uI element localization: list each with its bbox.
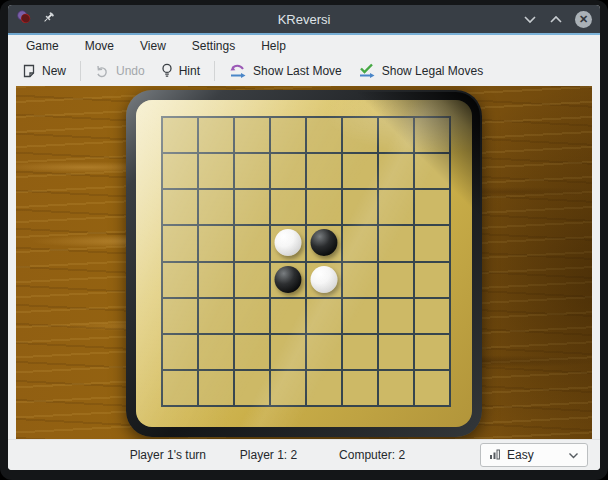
board-cell-f8[interactable]: [343, 371, 377, 405]
pin-icon[interactable]: [42, 10, 55, 28]
board-cell-g6[interactable]: [379, 299, 413, 333]
menu-settings[interactable]: Settings: [192, 39, 235, 53]
computer-score: Computer: 2: [339, 448, 405, 462]
board-cell-a7[interactable]: [163, 335, 197, 369]
toolbar-separator: [214, 61, 215, 81]
menu-game[interactable]: Game: [26, 39, 59, 53]
board-cell-c5[interactable]: [235, 263, 269, 297]
toolbar-separator: [80, 61, 81, 81]
board-cell-d1[interactable]: [271, 118, 305, 152]
board-cell-g2[interactable]: [379, 154, 413, 188]
board-cell-h6[interactable]: [415, 299, 449, 333]
maximize-icon[interactable]: [549, 15, 563, 24]
board-cell-f7[interactable]: [343, 335, 377, 369]
board-cell-e1[interactable]: [307, 118, 341, 152]
board-cell-f1[interactable]: [343, 118, 377, 152]
kreversi-app-icon: [16, 9, 32, 29]
board-cell-g5[interactable]: [379, 263, 413, 297]
board-cell-d7[interactable]: [271, 335, 305, 369]
board-cell-e2[interactable]: [307, 154, 341, 188]
board-cell-d5[interactable]: [271, 263, 305, 297]
new-game-button[interactable]: New: [14, 60, 74, 82]
board-cell-e6[interactable]: [307, 299, 341, 333]
kreversi-window: KReversi ✕ Game Move View Settings Help: [8, 5, 600, 470]
board-cell-d6[interactable]: [271, 299, 305, 333]
window-title: KReversi: [8, 12, 600, 27]
board-cell-a8[interactable]: [163, 371, 197, 405]
black-disc: [275, 266, 302, 293]
game-view-wood-background: [16, 86, 592, 439]
legal-moves-check-icon: [358, 63, 376, 79]
menu-view[interactable]: View: [140, 39, 166, 53]
window-frame: KReversi ✕ Game Move View Settings Help: [0, 0, 608, 480]
board-cell-b5[interactable]: [199, 263, 233, 297]
board-grid[interactable]: [161, 116, 451, 407]
board-cell-b2[interactable]: [199, 154, 233, 188]
undo-icon: [95, 64, 110, 78]
reversi-board-frame: [126, 90, 482, 437]
show-last-move-button[interactable]: Show Last Move: [221, 59, 350, 83]
board-cell-g7[interactable]: [379, 335, 413, 369]
board-cell-a1[interactable]: [163, 118, 197, 152]
board-cell-b1[interactable]: [199, 118, 233, 152]
board-cell-d4[interactable]: [271, 226, 305, 260]
board-cell-h2[interactable]: [415, 154, 449, 188]
board-cell-a6[interactable]: [163, 299, 197, 333]
difficulty-bars-icon: [489, 448, 501, 463]
board-cell-g3[interactable]: [379, 190, 413, 224]
white-disc: [311, 266, 338, 293]
board-cell-g4[interactable]: [379, 226, 413, 260]
board-cell-h5[interactable]: [415, 263, 449, 297]
board-cell-h4[interactable]: [415, 226, 449, 260]
board-cell-c6[interactable]: [235, 299, 269, 333]
board-cell-e4[interactable]: [307, 226, 341, 260]
board-cell-c2[interactable]: [235, 154, 269, 188]
show-legal-moves-button[interactable]: Show Legal Moves: [350, 59, 491, 83]
board-cell-a4[interactable]: [163, 226, 197, 260]
player-score: Player 1: 2: [240, 448, 297, 462]
minimize-icon[interactable]: [523, 15, 537, 24]
difficulty-dropdown[interactable]: Easy: [480, 443, 588, 467]
board-cell-f3[interactable]: [343, 190, 377, 224]
board-cell-h3[interactable]: [415, 190, 449, 224]
board-cell-c1[interactable]: [235, 118, 269, 152]
board-cell-e8[interactable]: [307, 371, 341, 405]
statusbar: Player 1's turn Player 1: 2 Computer: 2 …: [8, 439, 600, 470]
board-cell-a2[interactable]: [163, 154, 197, 188]
hint-button[interactable]: Hint: [153, 59, 208, 82]
new-document-icon: [22, 64, 36, 78]
toolbar: New Undo Hint: [8, 56, 600, 85]
board-cell-f5[interactable]: [343, 263, 377, 297]
menu-move[interactable]: Move: [85, 39, 114, 53]
board-cell-c3[interactable]: [235, 190, 269, 224]
board-cell-e7[interactable]: [307, 335, 341, 369]
board-cell-f2[interactable]: [343, 154, 377, 188]
board-cell-a5[interactable]: [163, 263, 197, 297]
board-cell-b7[interactable]: [199, 335, 233, 369]
board-cell-e3[interactable]: [307, 190, 341, 224]
titlebar[interactable]: KReversi ✕: [8, 5, 600, 33]
black-disc: [311, 229, 338, 256]
board-cell-c4[interactable]: [235, 226, 269, 260]
board-cell-f6[interactable]: [343, 299, 377, 333]
board-cell-c7[interactable]: [235, 335, 269, 369]
menu-help[interactable]: Help: [261, 39, 286, 53]
board-cell-b8[interactable]: [199, 371, 233, 405]
turn-indicator: Player 1's turn: [130, 448, 206, 462]
white-disc: [275, 229, 302, 256]
board-cell-d8[interactable]: [271, 371, 305, 405]
board-cell-d2[interactable]: [271, 154, 305, 188]
close-icon[interactable]: ✕: [575, 11, 592, 28]
last-move-arrow-icon: [229, 63, 247, 79]
board-cell-h7[interactable]: [415, 335, 449, 369]
undo-button[interactable]: Undo: [87, 60, 153, 82]
board-cell-b6[interactable]: [199, 299, 233, 333]
board-cell-g1[interactable]: [379, 118, 413, 152]
chevron-down-icon: [568, 448, 579, 462]
menubar: Game Move View Settings Help: [8, 35, 600, 56]
board-cell-h8[interactable]: [415, 371, 449, 405]
board-cell-a3[interactable]: [163, 190, 197, 224]
board-cell-f4[interactable]: [343, 226, 377, 260]
board-cell-h1[interactable]: [415, 118, 449, 152]
difficulty-value: Easy: [507, 448, 534, 462]
board-cell-b3[interactable]: [199, 190, 233, 224]
board-cell-e5[interactable]: [307, 263, 341, 297]
board-cell-c8[interactable]: [235, 371, 269, 405]
hint-lightbulb-icon: [161, 63, 173, 78]
reversi-board: [136, 100, 472, 427]
board-cell-g8[interactable]: [379, 371, 413, 405]
board-cell-b4[interactable]: [199, 226, 233, 260]
board-cell-d3[interactable]: [271, 190, 305, 224]
